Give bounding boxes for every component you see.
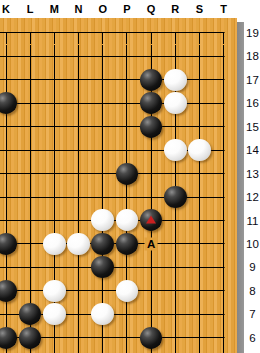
intersection-K14[interactable]: [0, 138, 18, 161]
intersection-L19[interactable]: [18, 21, 42, 44]
intersection-L13[interactable]: [18, 162, 42, 185]
intersection-O15[interactable]: [91, 115, 115, 138]
intersection-T16[interactable]: [212, 92, 236, 115]
column-labels: KLMNOPQRST: [0, 0, 236, 17]
intersection-S9[interactable]: [187, 256, 211, 279]
row-label-14: 14: [246, 144, 259, 156]
intersection-K9[interactable]: [0, 256, 18, 279]
row-label-11: 11: [247, 215, 259, 227]
black-stone-K6: [0, 327, 17, 349]
intersection-O7[interactable]: [91, 303, 115, 326]
intersection-K7[interactable]: [0, 303, 18, 326]
intersection-K12[interactable]: [0, 185, 18, 208]
black-stone-P10: [116, 233, 139, 255]
black-stone-L7: [19, 303, 42, 325]
white-stone-O11: [91, 209, 114, 231]
column-label-K: K: [2, 3, 10, 15]
intersection-P8[interactable]: [115, 279, 139, 302]
black-stone-Q6: [140, 327, 163, 349]
intersection-R9[interactable]: [163, 256, 187, 279]
intersection-T18[interactable]: [212, 45, 236, 68]
intersection-R16[interactable]: [163, 92, 187, 115]
row-label-17: 17: [246, 74, 259, 86]
intersection-N10[interactable]: [66, 232, 90, 255]
intersection-K6[interactable]: [0, 326, 18, 349]
intersection-L7[interactable]: [18, 303, 42, 326]
intersection-T10[interactable]: [212, 232, 236, 255]
row-label-6: 6: [249, 332, 255, 344]
white-stone-N10: [67, 233, 90, 255]
intersection-O6[interactable]: [91, 326, 115, 349]
intersection-L5[interactable]: [18, 349, 42, 353]
black-stone-Q16: [140, 92, 163, 114]
intersection-L6[interactable]: [18, 326, 42, 349]
intersection-Q18[interactable]: [139, 45, 163, 68]
intersection-M11[interactable]: [42, 209, 66, 232]
intersection-N15[interactable]: [66, 115, 90, 138]
intersection-R14[interactable]: [163, 138, 187, 161]
intersection-Q8[interactable]: [139, 279, 163, 302]
intersection-M18[interactable]: [42, 45, 66, 68]
intersection-K10[interactable]: [0, 232, 18, 255]
intersection-S19[interactable]: [187, 21, 211, 44]
intersection-R5[interactable]: [163, 349, 187, 353]
intersection-P7[interactable]: [115, 303, 139, 326]
intersection-R6[interactable]: [163, 326, 187, 349]
white-stone-P11: [116, 209, 139, 231]
intersection-T14[interactable]: [212, 138, 236, 161]
intersection-P19[interactable]: [115, 21, 139, 44]
intersection-T9[interactable]: [212, 256, 236, 279]
triangle-marker-Q11: [146, 216, 156, 224]
intersection-N8[interactable]: [66, 279, 90, 302]
row-label-18: 18: [246, 50, 259, 62]
intersection-K16[interactable]: [0, 92, 18, 115]
intersection-L8[interactable]: [18, 279, 42, 302]
intersection-Q13[interactable]: [139, 162, 163, 185]
intersection-L14[interactable]: [18, 138, 42, 161]
intersection-Q19[interactable]: [139, 21, 163, 44]
intersection-N5[interactable]: [66, 349, 90, 353]
intersection-R19[interactable]: [163, 21, 187, 44]
row-label-19: 19: [246, 27, 259, 39]
black-stone-O10: [91, 233, 114, 255]
intersection-O16[interactable]: [91, 92, 115, 115]
intersection-O8[interactable]: [91, 279, 115, 302]
intersection-M5[interactable]: [42, 349, 66, 353]
intersection-M7[interactable]: [42, 303, 66, 326]
column-label-M: M: [50, 3, 59, 15]
intersection-S15[interactable]: [187, 115, 211, 138]
black-stone-K10: [0, 233, 17, 255]
black-stone-Q11: [140, 209, 163, 231]
intersection-Q6[interactable]: [139, 326, 163, 349]
intersection-Q15[interactable]: [139, 115, 163, 138]
intersection-R18[interactable]: [163, 45, 187, 68]
white-stone-R16: [164, 92, 187, 114]
intersection-O10[interactable]: [91, 232, 115, 255]
intersection-N13[interactable]: [66, 162, 90, 185]
intersection-R11[interactable]: [163, 209, 187, 232]
intersection-K19[interactable]: [0, 21, 18, 44]
intersection-Q12[interactable]: [139, 185, 163, 208]
intersection-L9[interactable]: [18, 256, 42, 279]
intersection-M16[interactable]: [42, 92, 66, 115]
intersection-S18[interactable]: [187, 45, 211, 68]
intersection-T15[interactable]: [212, 115, 236, 138]
intersection-P10[interactable]: [115, 232, 139, 255]
intersection-R10[interactable]: [163, 232, 187, 255]
intersection-M14[interactable]: [42, 138, 66, 161]
column-label-T: T: [220, 3, 227, 15]
intersection-R12[interactable]: [163, 185, 187, 208]
black-stone-Q15: [140, 116, 163, 138]
row-label-16: 16: [246, 97, 259, 109]
intersection-T12[interactable]: [212, 185, 236, 208]
intersection-M6[interactable]: [42, 326, 66, 349]
intersection-P12[interactable]: [115, 185, 139, 208]
column-label-R: R: [171, 3, 179, 15]
intersection-M8[interactable]: [42, 279, 66, 302]
intersection-K13[interactable]: [0, 162, 18, 185]
intersection-K17[interactable]: [0, 68, 18, 91]
row-label-7: 7: [249, 308, 255, 320]
intersection-P15[interactable]: [115, 115, 139, 138]
intersection-P11[interactable]: [115, 209, 139, 232]
intersection-P16[interactable]: [115, 92, 139, 115]
intersection-N6[interactable]: [66, 326, 90, 349]
intersection-R7[interactable]: [163, 303, 187, 326]
intersection-N18[interactable]: [66, 45, 90, 68]
intersection-O19[interactable]: [91, 21, 115, 44]
black-stone-L6: [19, 327, 42, 349]
intersection-S7[interactable]: [187, 303, 211, 326]
intersection-T11[interactable]: [212, 209, 236, 232]
row-label-10: 10: [246, 238, 259, 250]
intersection-L15[interactable]: [18, 115, 42, 138]
intersection-O14[interactable]: [91, 138, 115, 161]
white-stone-S14: [188, 139, 211, 161]
intersection-N16[interactable]: [66, 92, 90, 115]
row-label-8: 8: [249, 285, 255, 297]
board-edge-shadow: [237, 22, 244, 353]
white-stone-P8: [116, 280, 139, 302]
intersection-L11[interactable]: [18, 209, 42, 232]
intersection-M9[interactable]: [42, 256, 66, 279]
white-stone-M8: [43, 280, 66, 302]
intersection-T19[interactable]: [212, 21, 236, 44]
intersection-Q14[interactable]: [139, 138, 163, 161]
black-stone-P13: [116, 163, 139, 185]
white-stone-R17: [164, 69, 187, 91]
intersection-N12[interactable]: [66, 185, 90, 208]
black-stone-K8: [0, 280, 17, 302]
intersection-M13[interactable]: [42, 162, 66, 185]
intersection-S5[interactable]: [187, 349, 211, 353]
intersection-K15[interactable]: [0, 115, 18, 138]
intersection-R13[interactable]: [163, 162, 187, 185]
black-stone-R12: [164, 186, 187, 208]
intersection-N9[interactable]: [66, 256, 90, 279]
intersection-N14[interactable]: [66, 138, 90, 161]
row-label-9: 9: [249, 261, 255, 273]
point-label-A: A: [145, 237, 158, 250]
row-label-13: 13: [246, 168, 259, 180]
intersection-O12[interactable]: [91, 185, 115, 208]
board-grid: A: [0, 21, 236, 353]
intersection-S14[interactable]: [187, 138, 211, 161]
column-label-N: N: [75, 3, 83, 15]
intersection-Q9[interactable]: [139, 256, 163, 279]
white-stone-M7: [43, 303, 66, 325]
intersection-Q16[interactable]: [139, 92, 163, 115]
column-label-P: P: [123, 3, 130, 15]
intersection-O11[interactable]: [91, 209, 115, 232]
black-stone-O9: [91, 256, 114, 278]
intersection-M12[interactable]: [42, 185, 66, 208]
go-diagram: KLMNOPQRST 191817161514131211109876 A: [0, 0, 260, 353]
intersection-O13[interactable]: [91, 162, 115, 185]
intersection-P18[interactable]: [115, 45, 139, 68]
column-label-Q: Q: [147, 3, 156, 15]
intersection-P5[interactable]: [115, 349, 139, 353]
row-labels: 191817161514131211109876: [245, 21, 260, 349]
intersection-O5[interactable]: [91, 349, 115, 353]
intersection-M19[interactable]: [42, 21, 66, 44]
intersection-L16[interactable]: [18, 92, 42, 115]
intersection-N7[interactable]: [66, 303, 90, 326]
intersection-K11[interactable]: [0, 209, 18, 232]
intersection-K18[interactable]: [0, 45, 18, 68]
intersection-P13[interactable]: [115, 162, 139, 185]
intersection-T7[interactable]: [212, 303, 236, 326]
intersection-Q11[interactable]: [139, 209, 163, 232]
intersection-N17[interactable]: [66, 68, 90, 91]
column-label-L: L: [27, 3, 34, 15]
intersection-N11[interactable]: [66, 209, 90, 232]
intersection-P14[interactable]: [115, 138, 139, 161]
intersection-K5[interactable]: [0, 349, 18, 353]
black-stone-Q17: [140, 69, 163, 91]
intersection-K8[interactable]: [0, 279, 18, 302]
intersection-L12[interactable]: [18, 185, 42, 208]
black-stone-K16: [0, 92, 17, 114]
go-board: A: [0, 18, 237, 353]
white-stone-R14: [164, 139, 187, 161]
intersection-Q7[interactable]: [139, 303, 163, 326]
intersection-L10[interactable]: [18, 232, 42, 255]
column-label-S: S: [196, 3, 203, 15]
intersection-P6[interactable]: [115, 326, 139, 349]
intersection-T17[interactable]: [212, 68, 236, 91]
column-label-O: O: [98, 3, 107, 15]
intersection-R15[interactable]: [163, 115, 187, 138]
intersection-S10[interactable]: [187, 232, 211, 255]
intersection-O17[interactable]: [91, 68, 115, 91]
intersection-O18[interactable]: [91, 45, 115, 68]
intersection-Q17[interactable]: [139, 68, 163, 91]
intersection-R17[interactable]: [163, 68, 187, 91]
intersection-Q10[interactable]: A: [139, 232, 163, 255]
intersection-L18[interactable]: [18, 45, 42, 68]
intersection-S17[interactable]: [187, 68, 211, 91]
intersection-T5[interactable]: [212, 349, 236, 353]
intersection-P17[interactable]: [115, 68, 139, 91]
intersection-N19[interactable]: [66, 21, 90, 44]
intersection-S11[interactable]: [187, 209, 211, 232]
intersection-R8[interactable]: [163, 279, 187, 302]
intersection-S13[interactable]: [187, 162, 211, 185]
intersection-T8[interactable]: [212, 279, 236, 302]
intersection-M15[interactable]: [42, 115, 66, 138]
white-stone-M10: [43, 233, 66, 255]
intersection-O9[interactable]: [91, 256, 115, 279]
row-label-15: 15: [246, 121, 259, 133]
intersection-T6[interactable]: [212, 326, 236, 349]
intersection-T13[interactable]: [212, 162, 236, 185]
intersection-S12[interactable]: [187, 185, 211, 208]
white-stone-O7: [91, 303, 114, 325]
intersection-M17[interactable]: [42, 68, 66, 91]
intersection-S16[interactable]: [187, 92, 211, 115]
intersection-M10[interactable]: [42, 232, 66, 255]
intersection-S6[interactable]: [187, 326, 211, 349]
intersection-L17[interactable]: [18, 68, 42, 91]
row-label-12: 12: [246, 191, 259, 203]
intersection-P9[interactable]: [115, 256, 139, 279]
intersection-S8[interactable]: [187, 279, 211, 302]
intersection-Q5[interactable]: [139, 349, 163, 353]
